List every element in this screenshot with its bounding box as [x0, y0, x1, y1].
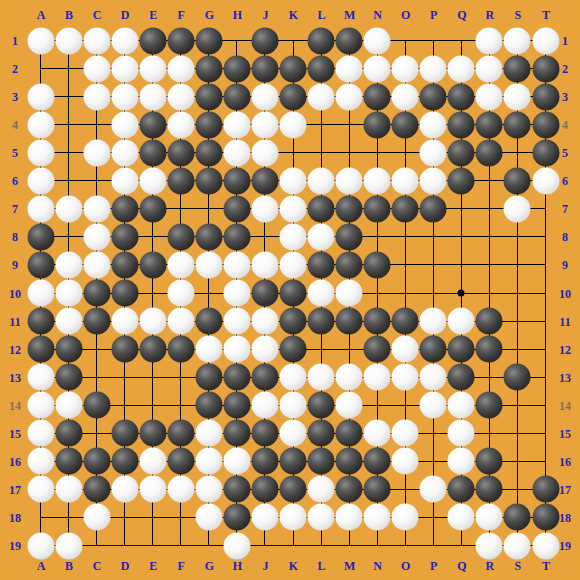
stone-black-R16[interactable]: [476, 448, 503, 475]
stone-black-H7[interactable]: [223, 195, 250, 222]
stone-white-G15[interactable]: [195, 420, 222, 447]
stone-black-A11[interactable]: [27, 308, 54, 335]
stone-black-O4[interactable]: [392, 111, 419, 138]
stone-black-F1[interactable]: [167, 27, 194, 54]
stone-white-P13[interactable]: [420, 364, 447, 391]
stone-white-M14[interactable]: [336, 392, 363, 419]
column-label-top: M: [344, 9, 355, 21]
stone-white-F2[interactable]: [167, 55, 194, 82]
row-label-right: 3: [562, 91, 568, 103]
column-label-bottom: N: [373, 560, 382, 572]
stone-white-A7[interactable]: [27, 195, 54, 222]
stone-white-A3[interactable]: [27, 83, 54, 110]
stone-white-J3[interactable]: [251, 83, 278, 110]
stone-black-K11[interactable]: [280, 308, 307, 335]
stone-black-N11[interactable]: [364, 308, 391, 335]
stone-black-P12[interactable]: [420, 336, 447, 363]
stone-black-F16[interactable]: [167, 448, 194, 475]
stone-black-L16[interactable]: [308, 448, 335, 475]
stone-black-D7[interactable]: [111, 195, 138, 222]
stone-black-G11[interactable]: [195, 308, 222, 335]
stone-black-D9[interactable]: [111, 251, 138, 278]
column-label-top: K: [289, 9, 298, 21]
column-label-bottom: D: [121, 560, 130, 572]
stone-white-N1[interactable]: [364, 27, 391, 54]
row-label-left: 10: [9, 288, 21, 300]
column-label-bottom: O: [401, 560, 410, 572]
stone-white-D3[interactable]: [111, 83, 138, 110]
stone-black-Q6[interactable]: [448, 167, 475, 194]
stone-white-R3[interactable]: [476, 83, 503, 110]
column-label-top: H: [233, 9, 242, 21]
stone-white-A4[interactable]: [27, 111, 54, 138]
row-label-left: 3: [12, 91, 18, 103]
stone-black-Q13[interactable]: [448, 364, 475, 391]
stone-black-N7[interactable]: [364, 195, 391, 222]
stone-black-G6[interactable]: [195, 167, 222, 194]
stone-black-P7[interactable]: [420, 195, 447, 222]
stone-black-M11[interactable]: [336, 308, 363, 335]
stone-white-J11[interactable]: [251, 308, 278, 335]
stone-black-G4[interactable]: [195, 111, 222, 138]
stone-black-T4[interactable]: [532, 111, 559, 138]
stone-white-A1[interactable]: [27, 27, 54, 54]
stone-black-R4[interactable]: [476, 111, 503, 138]
stone-white-T19[interactable]: [532, 532, 559, 559]
stone-black-S4[interactable]: [504, 111, 531, 138]
stone-black-D15[interactable]: [111, 420, 138, 447]
stone-black-N16[interactable]: [364, 448, 391, 475]
stone-black-Q3[interactable]: [448, 83, 475, 110]
stone-black-H3[interactable]: [223, 83, 250, 110]
stone-black-E15[interactable]: [139, 420, 166, 447]
stone-white-E3[interactable]: [139, 83, 166, 110]
stone-black-M15[interactable]: [336, 420, 363, 447]
stone-black-B15[interactable]: [55, 420, 82, 447]
stone-black-G2[interactable]: [195, 55, 222, 82]
stone-white-K8[interactable]: [280, 223, 307, 250]
stone-white-S1[interactable]: [504, 27, 531, 54]
stone-black-K12[interactable]: [280, 336, 307, 363]
column-label-bottom: C: [93, 560, 102, 572]
stone-white-K14[interactable]: [280, 392, 307, 419]
row-label-right: 1: [562, 35, 568, 47]
stone-white-Q14[interactable]: [448, 392, 475, 419]
stone-black-R12[interactable]: [476, 336, 503, 363]
stone-white-H12[interactable]: [223, 336, 250, 363]
stone-black-T2[interactable]: [532, 55, 559, 82]
stone-white-M13[interactable]: [336, 364, 363, 391]
stone-black-G3[interactable]: [195, 83, 222, 110]
stone-white-F9[interactable]: [167, 251, 194, 278]
stone-white-K6[interactable]: [280, 167, 307, 194]
stone-white-B9[interactable]: [55, 251, 82, 278]
stone-white-D5[interactable]: [111, 139, 138, 166]
stone-black-B16[interactable]: [55, 448, 82, 475]
stone-black-F6[interactable]: [167, 167, 194, 194]
stone-white-H9[interactable]: [223, 251, 250, 278]
row-label-left: 17: [9, 484, 21, 496]
stone-white-P4[interactable]: [420, 111, 447, 138]
stone-white-C7[interactable]: [83, 195, 110, 222]
stone-white-B10[interactable]: [55, 280, 82, 307]
stone-black-J16[interactable]: [251, 448, 278, 475]
stone-white-L10[interactable]: [308, 280, 335, 307]
stone-white-R1[interactable]: [476, 27, 503, 54]
stone-black-D8[interactable]: [111, 223, 138, 250]
stone-black-G1[interactable]: [195, 27, 222, 54]
stone-black-H2[interactable]: [223, 55, 250, 82]
stone-black-J13[interactable]: [251, 364, 278, 391]
stone-white-K7[interactable]: [280, 195, 307, 222]
stone-black-K16[interactable]: [280, 448, 307, 475]
stone-white-K13[interactable]: [280, 364, 307, 391]
stone-black-J1[interactable]: [251, 27, 278, 54]
stone-white-O15[interactable]: [392, 420, 419, 447]
stone-white-H19[interactable]: [223, 532, 250, 559]
stone-white-S3[interactable]: [504, 83, 531, 110]
stone-white-B1[interactable]: [55, 27, 82, 54]
stone-black-H13[interactable]: [223, 364, 250, 391]
stone-black-E7[interactable]: [139, 195, 166, 222]
stone-white-H4[interactable]: [223, 111, 250, 138]
stone-black-F8[interactable]: [167, 223, 194, 250]
stone-white-B11[interactable]: [55, 308, 82, 335]
stone-white-P2[interactable]: [420, 55, 447, 82]
stone-white-C18[interactable]: [83, 504, 110, 531]
stone-black-R14[interactable]: [476, 392, 503, 419]
stone-black-Q5[interactable]: [448, 139, 475, 166]
stone-white-T1[interactable]: [532, 27, 559, 54]
stone-black-K17[interactable]: [280, 476, 307, 503]
stone-black-L2[interactable]: [308, 55, 335, 82]
stone-black-D12[interactable]: [111, 336, 138, 363]
stone-black-H14[interactable]: [223, 392, 250, 419]
stone-white-A15[interactable]: [27, 420, 54, 447]
stone-white-C9[interactable]: [83, 251, 110, 278]
stone-black-B13[interactable]: [55, 364, 82, 391]
stone-white-L13[interactable]: [308, 364, 335, 391]
stone-white-N15[interactable]: [364, 420, 391, 447]
stone-black-N4[interactable]: [364, 111, 391, 138]
row-label-left: 16: [9, 456, 21, 468]
stone-black-L1[interactable]: [308, 27, 335, 54]
row-label-right: 13: [559, 372, 571, 384]
stone-black-E5[interactable]: [139, 139, 166, 166]
stone-white-Q2[interactable]: [448, 55, 475, 82]
stone-black-L9[interactable]: [308, 251, 335, 278]
stone-white-N18[interactable]: [364, 504, 391, 531]
stone-white-G12[interactable]: [195, 336, 222, 363]
stone-black-H15[interactable]: [223, 420, 250, 447]
stone-black-C17[interactable]: [83, 476, 110, 503]
stone-black-M9[interactable]: [336, 251, 363, 278]
stone-white-L18[interactable]: [308, 504, 335, 531]
stone-black-A12[interactable]: [27, 336, 54, 363]
stone-white-J14[interactable]: [251, 392, 278, 419]
stone-black-Q4[interactable]: [448, 111, 475, 138]
stone-white-J9[interactable]: [251, 251, 278, 278]
stone-white-E6[interactable]: [139, 167, 166, 194]
stone-white-M3[interactable]: [336, 83, 363, 110]
stone-white-O16[interactable]: [392, 448, 419, 475]
row-label-left: 2: [12, 63, 18, 75]
stone-white-J18[interactable]: [251, 504, 278, 531]
stone-white-P17[interactable]: [420, 476, 447, 503]
stone-black-R11[interactable]: [476, 308, 503, 335]
stone-black-O11[interactable]: [392, 308, 419, 335]
stone-black-S6[interactable]: [504, 167, 531, 194]
stone-white-R18[interactable]: [476, 504, 503, 531]
stone-white-D11[interactable]: [111, 308, 138, 335]
stone-black-T17[interactable]: [532, 476, 559, 503]
stone-black-B12[interactable]: [55, 336, 82, 363]
stone-white-D2[interactable]: [111, 55, 138, 82]
stone-white-C1[interactable]: [83, 27, 110, 54]
stone-white-O2[interactable]: [392, 55, 419, 82]
stone-white-J5[interactable]: [251, 139, 278, 166]
stone-black-N12[interactable]: [364, 336, 391, 363]
stone-black-A8[interactable]: [27, 223, 54, 250]
stone-black-L14[interactable]: [308, 392, 335, 419]
row-label-left: 11: [9, 316, 20, 328]
stone-black-H6[interactable]: [223, 167, 250, 194]
stone-black-E4[interactable]: [139, 111, 166, 138]
row-label-left: 6: [12, 175, 18, 187]
row-label-right: 18: [559, 512, 571, 524]
column-label-top: N: [373, 9, 382, 21]
stone-white-N2[interactable]: [364, 55, 391, 82]
stone-white-A17[interactable]: [27, 476, 54, 503]
stone-black-Q12[interactable]: [448, 336, 475, 363]
stone-white-K18[interactable]: [280, 504, 307, 531]
stone-black-G8[interactable]: [195, 223, 222, 250]
stone-white-L17[interactable]: [308, 476, 335, 503]
stone-white-O18[interactable]: [392, 504, 419, 531]
stone-black-K2[interactable]: [280, 55, 307, 82]
stone-black-C14[interactable]: [83, 392, 110, 419]
stone-white-Q11[interactable]: [448, 308, 475, 335]
stone-white-D17[interactable]: [111, 476, 138, 503]
column-label-bottom: S: [515, 560, 522, 572]
stone-white-K9[interactable]: [280, 251, 307, 278]
column-label-bottom: R: [486, 560, 495, 572]
stone-white-A13[interactable]: [27, 364, 54, 391]
stone-white-T6[interactable]: [532, 167, 559, 194]
stone-white-O12[interactable]: [392, 336, 419, 363]
stone-white-F11[interactable]: [167, 308, 194, 335]
stone-white-D6[interactable]: [111, 167, 138, 194]
stone-white-F17[interactable]: [167, 476, 194, 503]
column-label-top: S: [515, 9, 522, 21]
stone-white-O3[interactable]: [392, 83, 419, 110]
stone-black-E12[interactable]: [139, 336, 166, 363]
stone-white-M10[interactable]: [336, 280, 363, 307]
stone-black-M16[interactable]: [336, 448, 363, 475]
stone-white-B14[interactable]: [55, 392, 82, 419]
stone-black-C11[interactable]: [83, 308, 110, 335]
stone-black-H18[interactable]: [223, 504, 250, 531]
stone-black-C16[interactable]: [83, 448, 110, 475]
stone-black-L15[interactable]: [308, 420, 335, 447]
row-label-right: 12: [559, 344, 571, 356]
stone-white-A5[interactable]: [27, 139, 54, 166]
stone-black-D10[interactable]: [111, 280, 138, 307]
stone-white-F4[interactable]: [167, 111, 194, 138]
stone-white-R2[interactable]: [476, 55, 503, 82]
stone-black-G5[interactable]: [195, 139, 222, 166]
stone-white-H16[interactable]: [223, 448, 250, 475]
stone-black-Q17[interactable]: [448, 476, 475, 503]
stone-black-R17[interactable]: [476, 476, 503, 503]
stone-white-D4[interactable]: [111, 111, 138, 138]
stone-white-D1[interactable]: [111, 27, 138, 54]
stone-white-M18[interactable]: [336, 504, 363, 531]
stone-black-J15[interactable]: [251, 420, 278, 447]
stone-black-M8[interactable]: [336, 223, 363, 250]
stone-white-E16[interactable]: [139, 448, 166, 475]
stone-white-S7[interactable]: [504, 195, 531, 222]
stone-black-A9[interactable]: [27, 251, 54, 278]
stone-black-D16[interactable]: [111, 448, 138, 475]
stone-white-A16[interactable]: [27, 448, 54, 475]
stone-white-B17[interactable]: [55, 476, 82, 503]
stone-white-O13[interactable]: [392, 364, 419, 391]
stone-white-B19[interactable]: [55, 532, 82, 559]
stone-white-F3[interactable]: [167, 83, 194, 110]
stone-white-G17[interactable]: [195, 476, 222, 503]
row-label-right: 10: [559, 288, 571, 300]
stone-black-G13[interactable]: [195, 364, 222, 391]
stone-white-P5[interactable]: [420, 139, 447, 166]
stone-white-Q18[interactable]: [448, 504, 475, 531]
stone-white-O6[interactable]: [392, 167, 419, 194]
row-label-right: 4: [562, 119, 568, 131]
grid-line-horizontal: [40, 545, 546, 546]
stone-black-M7[interactable]: [336, 195, 363, 222]
stone-white-K4[interactable]: [280, 111, 307, 138]
stone-white-L6[interactable]: [308, 167, 335, 194]
stone-black-L11[interactable]: [308, 308, 335, 335]
stone-black-H17[interactable]: [223, 476, 250, 503]
stone-black-J2[interactable]: [251, 55, 278, 82]
stone-white-C2[interactable]: [83, 55, 110, 82]
stone-white-C8[interactable]: [83, 223, 110, 250]
stone-black-H8[interactable]: [223, 223, 250, 250]
row-label-right: 14: [559, 400, 571, 412]
stone-white-J4[interactable]: [251, 111, 278, 138]
star-point: [458, 290, 465, 297]
stone-black-T3[interactable]: [532, 83, 559, 110]
stone-white-G16[interactable]: [195, 448, 222, 475]
stone-white-G18[interactable]: [195, 504, 222, 531]
stone-white-E17[interactable]: [139, 476, 166, 503]
stone-white-J7[interactable]: [251, 195, 278, 222]
row-label-left: 13: [9, 372, 21, 384]
stone-black-L7[interactable]: [308, 195, 335, 222]
stone-white-R19[interactable]: [476, 532, 503, 559]
stone-white-Q16[interactable]: [448, 448, 475, 475]
stone-black-N3[interactable]: [364, 83, 391, 110]
stone-white-H5[interactable]: [223, 139, 250, 166]
stone-black-J6[interactable]: [251, 167, 278, 194]
row-label-left: 8: [12, 231, 18, 243]
row-label-left: 15: [9, 428, 21, 440]
stone-black-E9[interactable]: [139, 251, 166, 278]
row-label-left: 7: [12, 203, 18, 215]
stone-black-S2[interactable]: [504, 55, 531, 82]
stone-white-M2[interactable]: [336, 55, 363, 82]
stone-black-S18[interactable]: [504, 504, 531, 531]
stone-white-A6[interactable]: [27, 167, 54, 194]
stone-white-A14[interactable]: [27, 392, 54, 419]
stone-black-R5[interactable]: [476, 139, 503, 166]
stone-black-K10[interactable]: [280, 280, 307, 307]
stone-white-E2[interactable]: [139, 55, 166, 82]
stone-white-P11[interactable]: [420, 308, 447, 335]
column-label-bottom: H: [233, 560, 242, 572]
row-label-right: 17: [559, 484, 571, 496]
stone-black-T5[interactable]: [532, 139, 559, 166]
stone-black-M17[interactable]: [336, 476, 363, 503]
stone-white-N13[interactable]: [364, 364, 391, 391]
stone-white-E11[interactable]: [139, 308, 166, 335]
stone-black-O7[interactable]: [392, 195, 419, 222]
stone-black-S13[interactable]: [504, 364, 531, 391]
stone-black-C10[interactable]: [83, 280, 110, 307]
stone-white-C5[interactable]: [83, 139, 110, 166]
stone-black-M1[interactable]: [336, 27, 363, 54]
stone-white-N6[interactable]: [364, 167, 391, 194]
stone-white-S19[interactable]: [504, 532, 531, 559]
stone-black-N17[interactable]: [364, 476, 391, 503]
stone-black-K3[interactable]: [280, 83, 307, 110]
stone-white-J12[interactable]: [251, 336, 278, 363]
stone-black-J10[interactable]: [251, 280, 278, 307]
stone-black-F5[interactable]: [167, 139, 194, 166]
stone-white-B7[interactable]: [55, 195, 82, 222]
column-label-top: R: [486, 9, 495, 21]
stone-white-F10[interactable]: [167, 280, 194, 307]
stone-white-P14[interactable]: [420, 392, 447, 419]
row-label-left: 4: [12, 119, 18, 131]
stone-black-G14[interactable]: [195, 392, 222, 419]
column-label-top: A: [37, 9, 46, 21]
stone-white-H11[interactable]: [223, 308, 250, 335]
stone-black-T18[interactable]: [532, 504, 559, 531]
stone-white-A19[interactable]: [27, 532, 54, 559]
stone-white-H10[interactable]: [223, 280, 250, 307]
row-label-left: 12: [9, 344, 21, 356]
stone-white-P6[interactable]: [420, 167, 447, 194]
stone-black-F15[interactable]: [167, 420, 194, 447]
stone-white-C3[interactable]: [83, 83, 110, 110]
stone-white-Q15[interactable]: [448, 420, 475, 447]
stone-black-F12[interactable]: [167, 336, 194, 363]
stone-white-L3[interactable]: [308, 83, 335, 110]
stone-black-J17[interactable]: [251, 476, 278, 503]
stone-white-G9[interactable]: [195, 251, 222, 278]
column-label-bottom: E: [149, 560, 157, 572]
stone-white-A10[interactable]: [27, 280, 54, 307]
stone-white-K15[interactable]: [280, 420, 307, 447]
row-label-right: 2: [562, 63, 568, 75]
stone-black-N9[interactable]: [364, 251, 391, 278]
stone-black-E1[interactable]: [139, 27, 166, 54]
stone-white-M6[interactable]: [336, 167, 363, 194]
stone-white-L8[interactable]: [308, 223, 335, 250]
stone-black-P3[interactable]: [420, 83, 447, 110]
